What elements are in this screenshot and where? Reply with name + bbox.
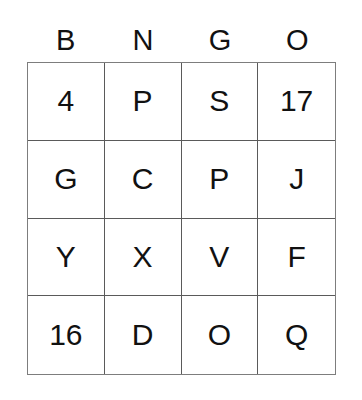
cell-r2c4[interactable]: J xyxy=(258,141,335,219)
cell-r4c4[interactable]: Q xyxy=(258,296,335,374)
cell-r3c3[interactable]: V xyxy=(182,219,259,297)
column-headers: B N G O xyxy=(27,18,336,58)
cell-r4c3[interactable]: O xyxy=(182,296,259,374)
cell-r1c3[interactable]: S xyxy=(182,63,259,141)
column-header-g: G xyxy=(182,18,259,58)
column-header-n: N xyxy=(104,18,181,58)
cell-r1c4[interactable]: 17 xyxy=(258,63,335,141)
cell-r1c2[interactable]: P xyxy=(105,63,182,141)
cell-r4c2[interactable]: D xyxy=(105,296,182,374)
cell-r3c4[interactable]: F xyxy=(258,219,335,297)
cell-r3c1[interactable]: Y xyxy=(28,219,105,297)
cell-r1c1[interactable]: 4 xyxy=(28,63,105,141)
cell-r2c2[interactable]: C xyxy=(105,141,182,219)
cell-r2c3[interactable]: P xyxy=(182,141,259,219)
cell-r2c1[interactable]: G xyxy=(28,141,105,219)
column-header-o: O xyxy=(259,18,336,58)
cell-r4c1[interactable]: 16 xyxy=(28,296,105,374)
bingo-card: B N G O 4 P S 17 G C P J Y X V F 16 D O … xyxy=(0,0,362,400)
cell-r3c2[interactable]: X xyxy=(105,219,182,297)
column-header-b: B xyxy=(27,18,104,58)
bingo-grid: 4 P S 17 G C P J Y X V F 16 D O Q xyxy=(27,62,336,375)
